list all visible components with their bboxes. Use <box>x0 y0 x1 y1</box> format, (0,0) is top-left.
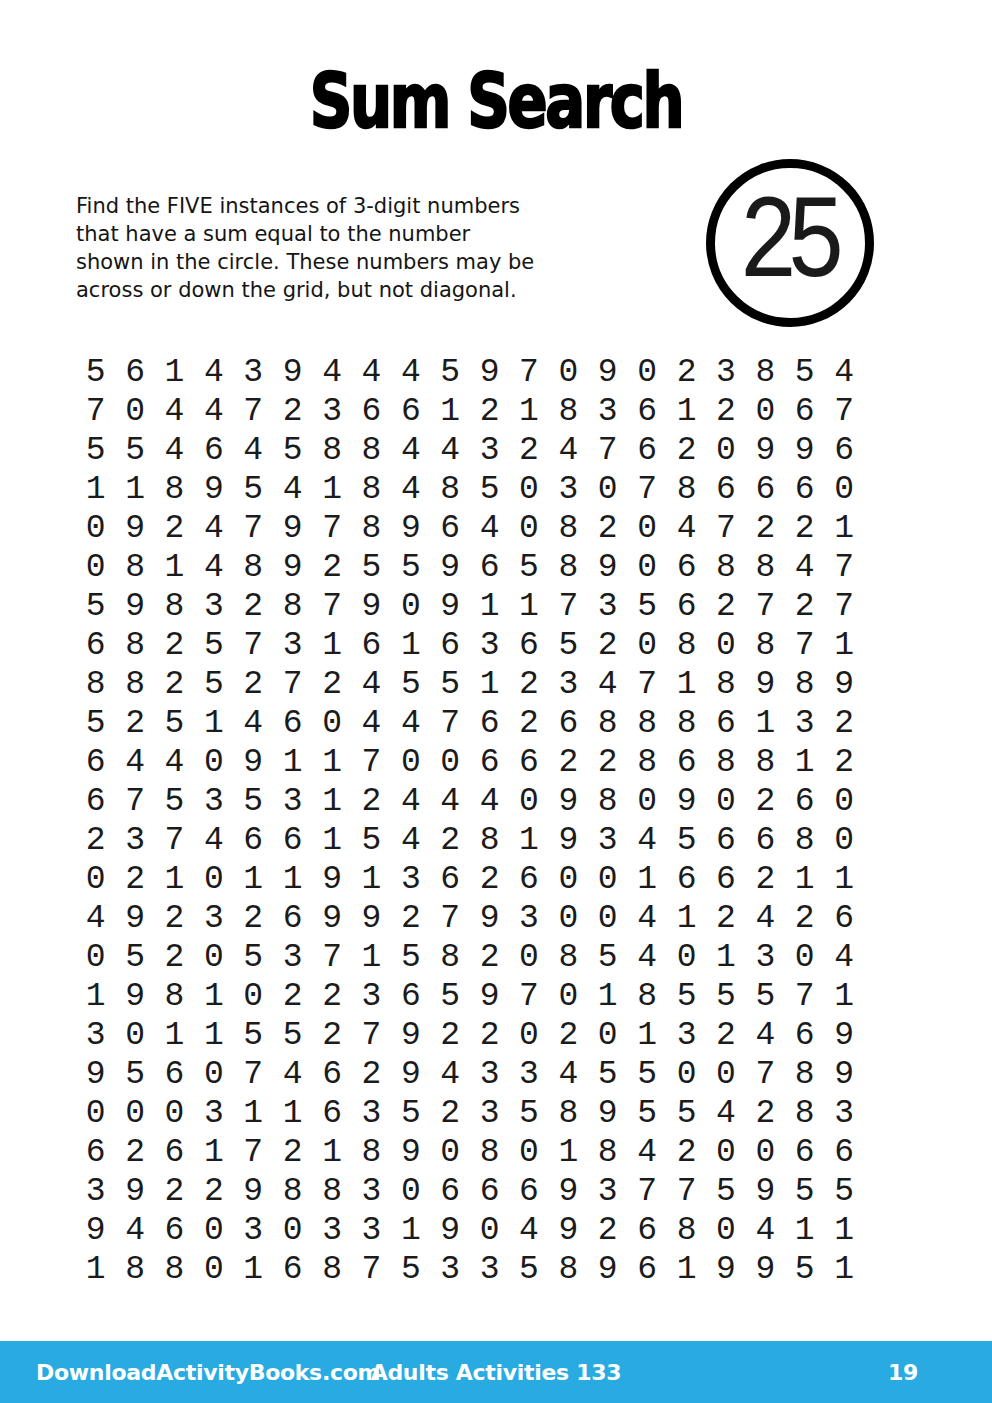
grid-cell-r17c16: 5 <box>667 977 706 1016</box>
grid-cell-r1c15: 0 <box>627 353 666 392</box>
grid-cell-r16c4: 0 <box>194 938 233 977</box>
grid-cell-r11c19: 1 <box>785 743 824 782</box>
grid-cell-r18c5: 5 <box>234 1016 273 1055</box>
grid-cell-r6c14: 9 <box>588 548 627 587</box>
grid-cell-r7c1: 5 <box>76 587 115 626</box>
grid-cell-r17c17: 5 <box>706 977 745 1016</box>
grid-cell-r13c6: 6 <box>273 821 312 860</box>
grid-cell-r16c7: 7 <box>312 938 351 977</box>
grid-cell-r22c5: 9 <box>234 1172 273 1211</box>
grid-cell-r8c18: 8 <box>746 626 785 665</box>
grid-cell-r20c20: 3 <box>824 1094 863 1133</box>
grid-cell-r23c7: 3 <box>312 1211 351 1250</box>
grid-cell-r16c3: 2 <box>155 938 194 977</box>
grid-cell-r14c5: 1 <box>234 860 273 899</box>
grid-cell-r13c5: 6 <box>234 821 273 860</box>
grid-cell-r5c19: 2 <box>785 509 824 548</box>
grid-cell-r2c2: 0 <box>115 392 154 431</box>
grid-cell-r8c4: 5 <box>194 626 233 665</box>
grid-cell-r14c15: 1 <box>627 860 666 899</box>
grid-cell-r9c11: 1 <box>470 665 509 704</box>
grid-cell-r10c14: 8 <box>588 704 627 743</box>
grid-cell-r2c4: 4 <box>194 392 233 431</box>
grid-cell-r6c7: 2 <box>312 548 351 587</box>
grid-cell-r12c15: 0 <box>627 782 666 821</box>
grid-cell-r16c14: 5 <box>588 938 627 977</box>
grid-cell-r4c5: 5 <box>234 470 273 509</box>
grid-cell-r22c2: 9 <box>115 1172 154 1211</box>
grid-cell-r22c8: 3 <box>352 1172 391 1211</box>
grid-cell-r11c13: 2 <box>549 743 588 782</box>
grid-cell-r15c19: 2 <box>785 899 824 938</box>
grid-cell-r21c6: 2 <box>273 1133 312 1172</box>
grid-cell-r22c7: 8 <box>312 1172 351 1211</box>
grid-cell-r17c9: 6 <box>391 977 430 1016</box>
grid-cell-r20c11: 3 <box>470 1094 509 1133</box>
grid-cell-r8c9: 1 <box>391 626 430 665</box>
grid-cell-r3c5: 4 <box>234 431 273 470</box>
grid-cell-r15c9: 2 <box>391 899 430 938</box>
grid-cell-r12c12: 0 <box>509 782 548 821</box>
grid-cell-r2c15: 6 <box>627 392 666 431</box>
grid-cell-r20c18: 2 <box>746 1094 785 1133</box>
grid-cell-r8c5: 7 <box>234 626 273 665</box>
grid-cell-r12c18: 2 <box>746 782 785 821</box>
grid-cell-r14c10: 6 <box>431 860 470 899</box>
grid-cell-r20c15: 5 <box>627 1094 666 1133</box>
grid-cell-r20c4: 3 <box>194 1094 233 1133</box>
grid-cell-r1c2: 6 <box>115 353 154 392</box>
grid-cell-r22c20: 5 <box>824 1172 863 1211</box>
grid-cell-r21c15: 4 <box>627 1133 666 1172</box>
grid-cell-r12c6: 3 <box>273 782 312 821</box>
grid-cell-r23c15: 6 <box>627 1211 666 1250</box>
grid-cell-r7c2: 9 <box>115 587 154 626</box>
grid-cell-r7c20: 7 <box>824 587 863 626</box>
grid-cell-r2c20: 7 <box>824 392 863 431</box>
grid-cell-r24c11: 3 <box>470 1250 509 1289</box>
grid-cell-r20c19: 8 <box>785 1094 824 1133</box>
grid-cell-r21c1: 6 <box>76 1133 115 1172</box>
grid-cell-r2c13: 8 <box>549 392 588 431</box>
grid-cell-r10c8: 4 <box>352 704 391 743</box>
grid-cell-r14c9: 3 <box>391 860 430 899</box>
grid-cell-r22c11: 6 <box>470 1172 509 1211</box>
grid-cell-r6c20: 7 <box>824 548 863 587</box>
grid-cell-r11c14: 2 <box>588 743 627 782</box>
grid-cell-r7c6: 8 <box>273 587 312 626</box>
grid-cell-r15c6: 6 <box>273 899 312 938</box>
grid-cell-r1c6: 9 <box>273 353 312 392</box>
grid-cell-r21c13: 1 <box>549 1133 588 1172</box>
instructions-line-1: Find the FIVE instances of 3-digit numbe… <box>76 192 546 220</box>
grid-cell-r14c3: 1 <box>155 860 194 899</box>
grid-cell-r4c14: 0 <box>588 470 627 509</box>
grid-cell-r8c3: 2 <box>155 626 194 665</box>
grid-cell-r24c14: 9 <box>588 1250 627 1289</box>
grid-cell-r5c16: 4 <box>667 509 706 548</box>
grid-cell-r5c5: 7 <box>234 509 273 548</box>
grid-cell-r20c12: 5 <box>509 1094 548 1133</box>
grid-cell-r21c11: 8 <box>470 1133 509 1172</box>
grid-cell-r19c13: 4 <box>549 1055 588 1094</box>
grid-cell-r3c13: 4 <box>549 431 588 470</box>
grid-cell-r6c6: 9 <box>273 548 312 587</box>
grid-cell-r13c19: 8 <box>785 821 824 860</box>
grid-cell-r22c14: 3 <box>588 1172 627 1211</box>
grid-cell-r1c1: 5 <box>76 353 115 392</box>
grid-cell-r17c6: 2 <box>273 977 312 1016</box>
grid-cell-r24c18: 9 <box>746 1250 785 1289</box>
grid-cell-r1c5: 3 <box>234 353 273 392</box>
grid-cell-r21c2: 2 <box>115 1133 154 1172</box>
grid-cell-r9c9: 5 <box>391 665 430 704</box>
grid-cell-r7c5: 2 <box>234 587 273 626</box>
grid-cell-r5c20: 1 <box>824 509 863 548</box>
grid-cell-r15c11: 9 <box>470 899 509 938</box>
grid-cell-r17c13: 0 <box>549 977 588 1016</box>
grid-cell-r22c4: 2 <box>194 1172 233 1211</box>
grid-cell-r9c10: 5 <box>431 665 470 704</box>
grid-cell-r1c9: 4 <box>391 353 430 392</box>
grid-cell-r11c20: 2 <box>824 743 863 782</box>
grid-cell-r13c3: 7 <box>155 821 194 860</box>
grid-cell-r7c4: 3 <box>194 587 233 626</box>
grid-cell-r1c11: 9 <box>470 353 509 392</box>
grid-cell-r9c8: 4 <box>352 665 391 704</box>
grid-cell-r23c8: 3 <box>352 1211 391 1250</box>
grid-cell-r5c17: 7 <box>706 509 745 548</box>
grid-cell-r13c14: 3 <box>588 821 627 860</box>
grid-cell-r8c17: 0 <box>706 626 745 665</box>
grid-cell-r24c8: 7 <box>352 1250 391 1289</box>
grid-cell-r16c2: 5 <box>115 938 154 977</box>
grid-cell-r16c13: 8 <box>549 938 588 977</box>
grid-cell-r24c3: 8 <box>155 1250 194 1289</box>
grid-cell-r6c3: 1 <box>155 548 194 587</box>
grid-cell-r4c2: 1 <box>115 470 154 509</box>
grid-cell-r13c9: 4 <box>391 821 430 860</box>
grid-cell-r3c7: 8 <box>312 431 351 470</box>
grid-cell-r9c2: 8 <box>115 665 154 704</box>
grid-cell-r7c10: 9 <box>431 587 470 626</box>
grid-cell-r23c11: 0 <box>470 1211 509 1250</box>
grid-cell-r13c2: 3 <box>115 821 154 860</box>
grid-cell-r6c16: 6 <box>667 548 706 587</box>
grid-cell-r22c3: 2 <box>155 1172 194 1211</box>
grid-cell-r22c9: 0 <box>391 1172 430 1211</box>
grid-cell-r14c11: 2 <box>470 860 509 899</box>
grid-cell-r20c6: 1 <box>273 1094 312 1133</box>
grid-cell-r21c20: 6 <box>824 1133 863 1172</box>
grid-cell-r8c6: 3 <box>273 626 312 665</box>
grid-cell-r16c17: 1 <box>706 938 745 977</box>
grid-cell-r1c16: 2 <box>667 353 706 392</box>
grid-cell-r10c1: 5 <box>76 704 115 743</box>
grid-cell-r3c14: 7 <box>588 431 627 470</box>
grid-cell-r5c10: 6 <box>431 509 470 548</box>
grid-cell-r24c2: 8 <box>115 1250 154 1289</box>
grid-cell-r18c4: 1 <box>194 1016 233 1055</box>
grid-cell-r8c1: 6 <box>76 626 115 665</box>
grid-cell-r18c8: 7 <box>352 1016 391 1055</box>
grid-cell-r17c14: 1 <box>588 977 627 1016</box>
grid-cell-r12c5: 5 <box>234 782 273 821</box>
grid-cell-r15c1: 4 <box>76 899 115 938</box>
grid-cell-r11c4: 0 <box>194 743 233 782</box>
grid-cell-r10c2: 2 <box>115 704 154 743</box>
grid-cell-r16c10: 8 <box>431 938 470 977</box>
grid-cell-r10c16: 8 <box>667 704 706 743</box>
grid-cell-r22c18: 9 <box>746 1172 785 1211</box>
grid-cell-r15c17: 2 <box>706 899 745 938</box>
grid-cell-r17c3: 8 <box>155 977 194 1016</box>
grid-cell-r12c14: 8 <box>588 782 627 821</box>
grid-cell-r5c11: 4 <box>470 509 509 548</box>
grid-cell-r24c6: 6 <box>273 1250 312 1289</box>
grid-cell-r9c16: 1 <box>667 665 706 704</box>
grid-cell-r4c13: 3 <box>549 470 588 509</box>
grid-cell-r9c17: 8 <box>706 665 745 704</box>
grid-cell-r19c8: 2 <box>352 1055 391 1094</box>
grid-cell-r8c13: 5 <box>549 626 588 665</box>
grid-cell-r5c1: 0 <box>76 509 115 548</box>
grid-cell-r3c2: 5 <box>115 431 154 470</box>
grid-cell-r9c4: 5 <box>194 665 233 704</box>
grid-cell-r13c11: 8 <box>470 821 509 860</box>
grid-cell-r1c12: 7 <box>509 353 548 392</box>
grid-cell-r3c10: 4 <box>431 431 470 470</box>
grid-cell-r24c9: 5 <box>391 1250 430 1289</box>
grid-cell-r12c1: 6 <box>76 782 115 821</box>
grid-cell-r2c3: 4 <box>155 392 194 431</box>
target-sum-circle: 25 <box>706 159 874 327</box>
grid-cell-r23c2: 4 <box>115 1211 154 1250</box>
grid-cell-r23c17: 0 <box>706 1211 745 1250</box>
grid-cell-r17c19: 7 <box>785 977 824 1016</box>
instructions-line-4: across or down the grid, but not diagona… <box>76 276 546 304</box>
grid-cell-r15c14: 0 <box>588 899 627 938</box>
grid-cell-r11c18: 8 <box>746 743 785 782</box>
grid-cell-r14c2: 2 <box>115 860 154 899</box>
grid-cell-r10c5: 4 <box>234 704 273 743</box>
grid-cell-r13c12: 1 <box>509 821 548 860</box>
grid-cell-r6c13: 8 <box>549 548 588 587</box>
grid-cell-r19c3: 6 <box>155 1055 194 1094</box>
grid-cell-r20c3: 0 <box>155 1094 194 1133</box>
grid-cell-r3c17: 0 <box>706 431 745 470</box>
grid-cell-r24c1: 1 <box>76 1250 115 1289</box>
grid-cell-r9c3: 2 <box>155 665 194 704</box>
grid-cell-r11c11: 6 <box>470 743 509 782</box>
grid-cell-r19c12: 3 <box>509 1055 548 1094</box>
grid-cell-r2c9: 6 <box>391 392 430 431</box>
grid-cell-r4c10: 8 <box>431 470 470 509</box>
grid-cell-r13c18: 6 <box>746 821 785 860</box>
grid-cell-r7c11: 1 <box>470 587 509 626</box>
grid-cell-r18c3: 1 <box>155 1016 194 1055</box>
grid-cell-r4c1: 1 <box>76 470 115 509</box>
grid-cell-r13c13: 9 <box>549 821 588 860</box>
grid-cell-r23c9: 1 <box>391 1211 430 1250</box>
grid-cell-r19c17: 0 <box>706 1055 745 1094</box>
grid-cell-r5c6: 9 <box>273 509 312 548</box>
grid-cell-r10c4: 1 <box>194 704 233 743</box>
instructions-line-3: shown in the circle. These numbers may b… <box>76 248 546 276</box>
grid-cell-r10c15: 8 <box>627 704 666 743</box>
grid-cell-r18c11: 2 <box>470 1016 509 1055</box>
grid-cell-r7c8: 9 <box>352 587 391 626</box>
grid-cell-r10c18: 1 <box>746 704 785 743</box>
grid-cell-r10c3: 5 <box>155 704 194 743</box>
grid-cell-r11c2: 4 <box>115 743 154 782</box>
grid-cell-r12c3: 5 <box>155 782 194 821</box>
grid-cell-r15c5: 2 <box>234 899 273 938</box>
grid-cell-r20c7: 6 <box>312 1094 351 1133</box>
grid-cell-r16c18: 3 <box>746 938 785 977</box>
grid-cell-r1c17: 3 <box>706 353 745 392</box>
grid-cell-r12c20: 0 <box>824 782 863 821</box>
grid-cell-r24c19: 5 <box>785 1250 824 1289</box>
grid-cell-r11c7: 1 <box>312 743 351 782</box>
grid-cell-r24c4: 0 <box>194 1250 233 1289</box>
grid-cell-r15c3: 2 <box>155 899 194 938</box>
grid-cell-r18c19: 6 <box>785 1016 824 1055</box>
grid-cell-r16c11: 2 <box>470 938 509 977</box>
grid-cell-r5c14: 2 <box>588 509 627 548</box>
grid-cell-r1c4: 4 <box>194 353 233 392</box>
grid-cell-r16c9: 5 <box>391 938 430 977</box>
grid-cell-r9c20: 9 <box>824 665 863 704</box>
grid-cell-r11c8: 7 <box>352 743 391 782</box>
grid-cell-r15c8: 9 <box>352 899 391 938</box>
grid-cell-r22c10: 6 <box>431 1172 470 1211</box>
worksheet-page: Sum Search Find the FIVE instances of 3-… <box>0 0 992 1403</box>
grid-cell-r9c13: 3 <box>549 665 588 704</box>
grid-cell-r1c10: 5 <box>431 353 470 392</box>
grid-cell-r5c15: 0 <box>627 509 666 548</box>
number-grid: 5614394445970902385470447236612183612067… <box>76 353 864 1289</box>
grid-cell-r2c6: 2 <box>273 392 312 431</box>
grid-cell-r19c18: 7 <box>746 1055 785 1094</box>
grid-cell-r14c1: 0 <box>76 860 115 899</box>
grid-cell-r20c8: 3 <box>352 1094 391 1133</box>
grid-cell-r4c9: 4 <box>391 470 430 509</box>
grid-cell-r7c3: 8 <box>155 587 194 626</box>
grid-cell-r7c13: 7 <box>549 587 588 626</box>
grid-cell-r9c19: 8 <box>785 665 824 704</box>
grid-cell-r8c19: 7 <box>785 626 824 665</box>
grid-cell-r20c1: 0 <box>76 1094 115 1133</box>
grid-cell-r10c6: 6 <box>273 704 312 743</box>
grid-cell-r17c12: 7 <box>509 977 548 1016</box>
grid-cell-r18c10: 2 <box>431 1016 470 1055</box>
grid-cell-r19c20: 9 <box>824 1055 863 1094</box>
grid-cell-r14c13: 0 <box>549 860 588 899</box>
grid-cell-r20c5: 1 <box>234 1094 273 1133</box>
grid-cell-r13c7: 1 <box>312 821 351 860</box>
grid-cell-r5c8: 8 <box>352 509 391 548</box>
grid-cell-r11c5: 9 <box>234 743 273 782</box>
grid-cell-r20c17: 4 <box>706 1094 745 1133</box>
grid-cell-r8c7: 1 <box>312 626 351 665</box>
grid-cell-r10c10: 7 <box>431 704 470 743</box>
grid-cell-r17c5: 0 <box>234 977 273 1016</box>
grid-cell-r12c11: 4 <box>470 782 509 821</box>
grid-cell-r18c12: 0 <box>509 1016 548 1055</box>
grid-cell-r4c6: 4 <box>273 470 312 509</box>
grid-cell-r1c18: 8 <box>746 353 785 392</box>
grid-cell-r15c4: 3 <box>194 899 233 938</box>
grid-cell-r12c7: 1 <box>312 782 351 821</box>
grid-cell-r15c12: 3 <box>509 899 548 938</box>
grid-cell-r6c9: 5 <box>391 548 430 587</box>
grid-cell-r8c14: 2 <box>588 626 627 665</box>
grid-cell-r6c1: 0 <box>76 548 115 587</box>
grid-cell-r21c8: 8 <box>352 1133 391 1172</box>
grid-cell-r23c3: 6 <box>155 1211 194 1250</box>
grid-cell-r19c6: 4 <box>273 1055 312 1094</box>
grid-cell-r18c16: 3 <box>667 1016 706 1055</box>
grid-cell-r7c16: 6 <box>667 587 706 626</box>
grid-cell-r14c19: 1 <box>785 860 824 899</box>
grid-cell-r5c4: 4 <box>194 509 233 548</box>
grid-cell-r8c16: 8 <box>667 626 706 665</box>
grid-cell-r4c4: 9 <box>194 470 233 509</box>
grid-cell-r19c5: 7 <box>234 1055 273 1094</box>
grid-cell-r11c6: 1 <box>273 743 312 782</box>
grid-cell-r6c12: 5 <box>509 548 548 587</box>
grid-cell-r11c9: 0 <box>391 743 430 782</box>
grid-cell-r18c2: 0 <box>115 1016 154 1055</box>
grid-cell-r18c17: 2 <box>706 1016 745 1055</box>
grid-cell-r2c5: 7 <box>234 392 273 431</box>
grid-cell-r22c15: 7 <box>627 1172 666 1211</box>
grid-cell-r18c18: 4 <box>746 1016 785 1055</box>
grid-cell-r19c2: 5 <box>115 1055 154 1094</box>
grid-cell-r12c16: 9 <box>667 782 706 821</box>
grid-cell-r23c20: 1 <box>824 1211 863 1250</box>
grid-cell-r18c15: 1 <box>627 1016 666 1055</box>
grid-cell-r3c11: 3 <box>470 431 509 470</box>
grid-cell-r6c5: 8 <box>234 548 273 587</box>
grid-cell-r19c11: 3 <box>470 1055 509 1094</box>
grid-cell-r7c14: 3 <box>588 587 627 626</box>
grid-cell-r2c8: 6 <box>352 392 391 431</box>
grid-cell-r15c15: 4 <box>627 899 666 938</box>
grid-cell-r21c4: 1 <box>194 1133 233 1172</box>
grid-cell-r22c13: 9 <box>549 1172 588 1211</box>
grid-cell-r12c4: 3 <box>194 782 233 821</box>
footer-page-number: 19 <box>888 1360 918 1385</box>
grid-cell-r8c8: 6 <box>352 626 391 665</box>
grid-cell-r10c7: 0 <box>312 704 351 743</box>
grid-cell-r17c4: 1 <box>194 977 233 1016</box>
grid-cell-r18c7: 2 <box>312 1016 351 1055</box>
grid-cell-r14c7: 9 <box>312 860 351 899</box>
grid-cell-r4c3: 8 <box>155 470 194 509</box>
grid-cell-r5c18: 2 <box>746 509 785 548</box>
grid-cell-r3c20: 6 <box>824 431 863 470</box>
grid-cell-r10c13: 6 <box>549 704 588 743</box>
grid-cell-r20c13: 8 <box>549 1094 588 1133</box>
grid-cell-r4c16: 8 <box>667 470 706 509</box>
instructions-line-2: that have a sum equal to the number <box>76 220 546 248</box>
grid-cell-r14c16: 6 <box>667 860 706 899</box>
grid-cell-r4c15: 7 <box>627 470 666 509</box>
target-sum-value: 25 <box>739 186 834 304</box>
grid-cell-r6c17: 8 <box>706 548 745 587</box>
